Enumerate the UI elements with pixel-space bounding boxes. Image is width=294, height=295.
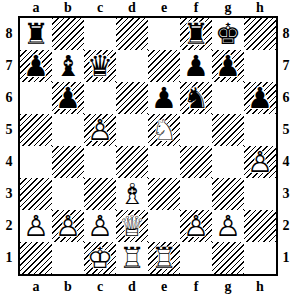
file-label-a: a [33, 280, 40, 294]
file-labels-top: abcdefgh [20, 0, 278, 16]
square-h5[interactable] [244, 114, 276, 146]
square-e7[interactable] [148, 50, 180, 82]
square-a3[interactable] [20, 178, 52, 210]
corner-bottom-left [0, 276, 18, 295]
square-c7[interactable]: ♛ [84, 50, 116, 82]
rank-label-5: 5 [6, 123, 13, 137]
rank-label-7: 7 [6, 59, 13, 73]
black-pawn: ♟ [212, 50, 244, 82]
square-g5[interactable] [212, 114, 244, 146]
square-f6[interactable]: ♞ [180, 82, 212, 114]
square-c6[interactable] [84, 82, 116, 114]
file-label-b: b [64, 1, 72, 15]
rank-label-4: 4 [283, 155, 290, 169]
white-rook: ♜♖ [148, 242, 180, 274]
black-king: ♚ [212, 18, 244, 50]
square-b5[interactable] [52, 114, 84, 146]
white-pawn: ♟♙ [180, 210, 212, 242]
square-h2[interactable] [244, 210, 276, 242]
square-b2[interactable]: ♟♙ [52, 210, 84, 242]
file-labels-bottom: abcdefgh [20, 276, 278, 295]
rank-labels-right: 87654321 [278, 18, 294, 276]
square-b7[interactable]: ♝ [52, 50, 84, 82]
square-c8[interactable] [84, 18, 116, 50]
square-d3[interactable]: ♝♗ [116, 178, 148, 210]
square-b1[interactable] [52, 242, 84, 274]
square-b4[interactable] [52, 146, 84, 178]
black-pawn: ♟ [180, 50, 212, 82]
rank-label-3: 3 [6, 187, 13, 201]
square-a5[interactable] [20, 114, 52, 146]
file-label-b: b [64, 280, 72, 294]
square-f8[interactable]: ♜ [180, 18, 212, 50]
square-g6[interactable] [212, 82, 244, 114]
white-king: ♚♔ [84, 242, 116, 274]
square-e6[interactable]: ♟ [148, 82, 180, 114]
square-d8[interactable] [116, 18, 148, 50]
white-pawn: ♟♙ [20, 210, 52, 242]
square-e8[interactable] [148, 18, 180, 50]
square-a2[interactable]: ♟♙ [20, 210, 52, 242]
black-rook: ♜ [180, 18, 212, 50]
white-pawn: ♟♙ [84, 210, 116, 242]
square-g2[interactable]: ♟♙ [212, 210, 244, 242]
square-a7[interactable]: ♟ [20, 50, 52, 82]
square-d5[interactable] [116, 114, 148, 146]
rank-label-2: 2 [283, 219, 290, 233]
square-d4[interactable] [116, 146, 148, 178]
square-e3[interactable] [148, 178, 180, 210]
square-c4[interactable] [84, 146, 116, 178]
file-label-d: d [128, 280, 136, 294]
rank-label-2: 2 [6, 219, 13, 233]
black-pawn: ♟ [244, 82, 276, 114]
rank-label-4: 4 [6, 155, 13, 169]
file-label-a: a [33, 1, 40, 15]
rank-label-1: 1 [6, 251, 13, 265]
file-label-c: c [97, 1, 103, 15]
white-pawn: ♟♙ [84, 114, 116, 146]
corner-bottom-right [278, 276, 294, 295]
square-b8[interactable] [52, 18, 84, 50]
file-label-f: f [194, 1, 199, 15]
file-label-d: d [128, 1, 136, 15]
square-a4[interactable] [20, 146, 52, 178]
square-f3[interactable] [180, 178, 212, 210]
file-label-e: e [161, 280, 167, 294]
file-label-h: h [256, 1, 264, 15]
rank-label-6: 6 [283, 91, 290, 105]
square-e4[interactable] [148, 146, 180, 178]
rank-label-1: 1 [283, 251, 290, 265]
square-g7[interactable]: ♟ [212, 50, 244, 82]
file-label-f: f [194, 280, 199, 294]
white-pawn: ♟♙ [212, 210, 244, 242]
black-pawn: ♟ [20, 50, 52, 82]
file-label-e: e [161, 1, 167, 15]
square-h3[interactable] [244, 178, 276, 210]
file-label-h: h [256, 280, 264, 294]
square-d6[interactable] [116, 82, 148, 114]
black-pawn: ♟ [52, 82, 84, 114]
white-pawn: ♟♙ [244, 146, 276, 178]
square-c3[interactable] [84, 178, 116, 210]
rank-label-8: 8 [6, 27, 13, 41]
square-h6[interactable]: ♟ [244, 82, 276, 114]
square-d2[interactable]: ♛♕ [116, 210, 148, 242]
file-label-g: g [225, 1, 232, 15]
square-d1[interactable]: ♜♖ [116, 242, 148, 274]
square-g3[interactable] [212, 178, 244, 210]
square-f2[interactable]: ♟♙ [180, 210, 212, 242]
black-bishop: ♝ [52, 50, 84, 82]
square-h8[interactable] [244, 18, 276, 50]
square-a1[interactable] [20, 242, 52, 274]
square-c2[interactable]: ♟♙ [84, 210, 116, 242]
rank-label-5: 5 [283, 123, 290, 137]
square-f7[interactable]: ♟ [180, 50, 212, 82]
white-rook: ♜♖ [116, 242, 148, 274]
square-e2[interactable] [148, 210, 180, 242]
black-queen: ♛ [84, 50, 116, 82]
square-c1[interactable]: ♚♔ [84, 242, 116, 274]
black-knight: ♞ [180, 82, 212, 114]
file-label-c: c [97, 280, 103, 294]
square-b6[interactable]: ♟ [52, 82, 84, 114]
rank-label-3: 3 [283, 187, 290, 201]
square-g4[interactable] [212, 146, 244, 178]
black-pawn: ♟ [148, 82, 180, 114]
square-h4[interactable]: ♟♙ [244, 146, 276, 178]
square-g1[interactable] [212, 242, 244, 274]
square-f1[interactable] [180, 242, 212, 274]
rank-label-8: 8 [283, 27, 290, 41]
white-knight: ♞♘ [148, 114, 180, 146]
corner-top-left [0, 0, 18, 16]
square-e1[interactable]: ♜♖ [148, 242, 180, 274]
chess-board: ♜♜♚♟♝♛♟♟♟♟♞♟♟♙♞♘♟♙♝♗♟♙♟♙♟♙♛♕♟♙♟♙♚♔♜♖♜♖ [18, 16, 278, 276]
white-bishop: ♝♗ [116, 178, 148, 210]
square-g8[interactable]: ♚ [212, 18, 244, 50]
corner-top-right [278, 0, 294, 16]
square-e5[interactable]: ♞♘ [148, 114, 180, 146]
square-h7[interactable] [244, 50, 276, 82]
chess-diagram: abcdefgh 87654321 ♜♜♚♟♝♛♟♟♟♟♞♟♟♙♞♘♟♙♝♗♟♙… [0, 0, 294, 295]
square-b3[interactable] [52, 178, 84, 210]
square-f5[interactable] [180, 114, 212, 146]
square-a8[interactable]: ♜ [20, 18, 52, 50]
square-d7[interactable] [116, 50, 148, 82]
square-a6[interactable] [20, 82, 52, 114]
white-queen: ♛♕ [116, 210, 148, 242]
square-c5[interactable]: ♟♙ [84, 114, 116, 146]
square-f4[interactable] [180, 146, 212, 178]
rank-label-7: 7 [283, 59, 290, 73]
square-h1[interactable] [244, 242, 276, 274]
file-label-g: g [225, 280, 232, 294]
black-rook: ♜ [20, 18, 52, 50]
rank-labels-left: 87654321 [0, 18, 18, 276]
rank-label-6: 6 [6, 91, 13, 105]
white-pawn: ♟♙ [52, 210, 84, 242]
